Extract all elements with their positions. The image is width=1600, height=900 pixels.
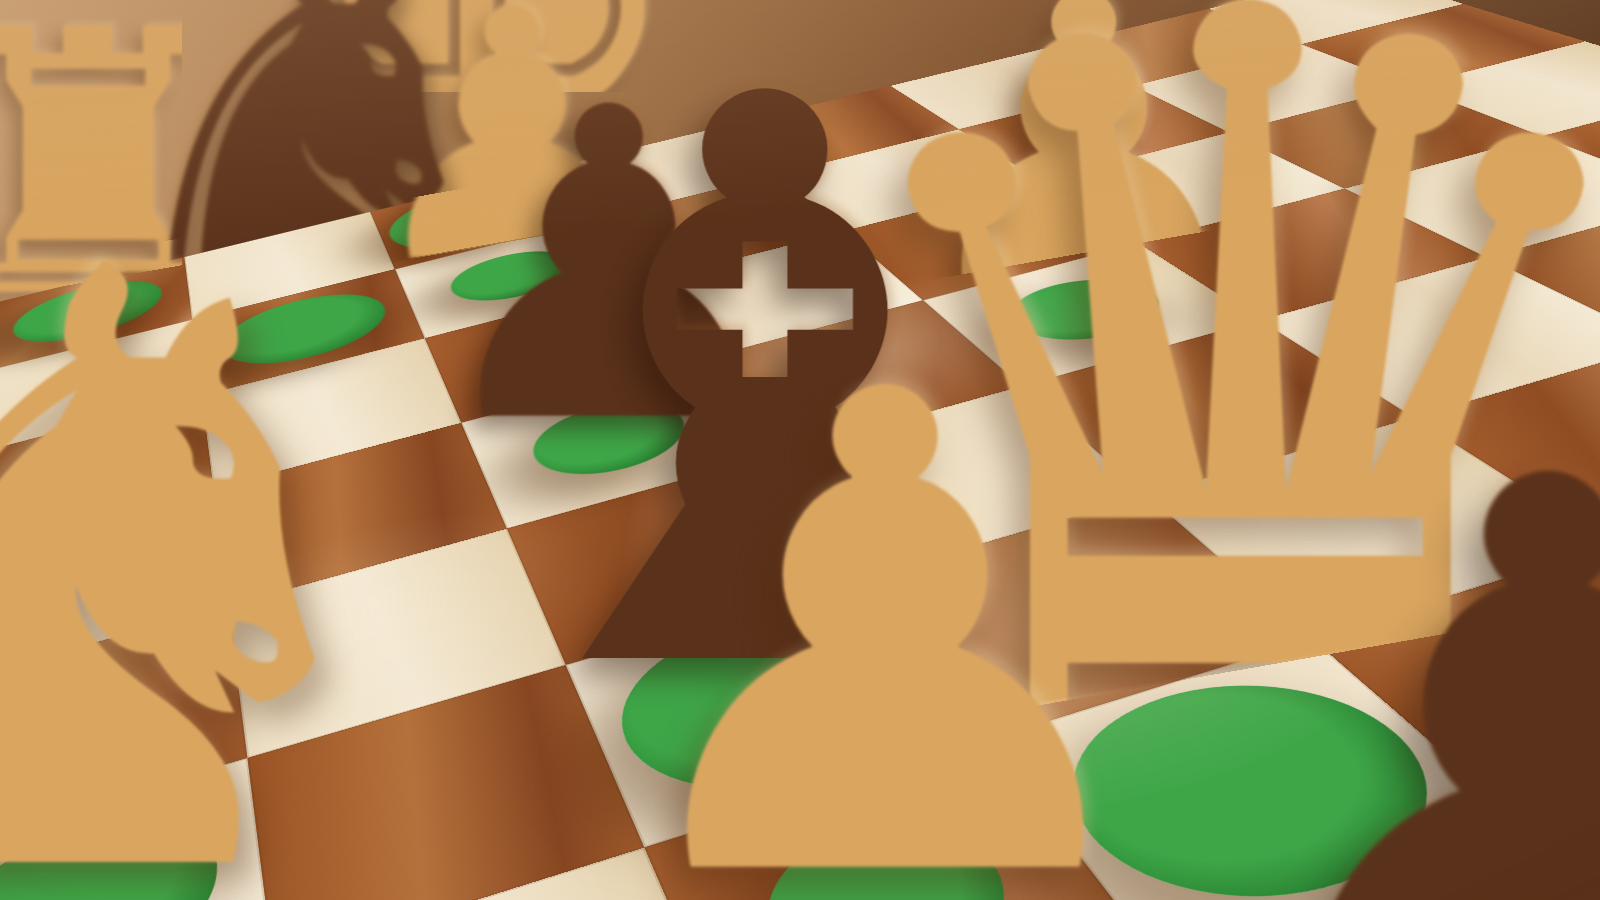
chess-board: ♜♚♞♟♟♟♞♝♟♛♟ [0, 0, 1600, 900]
square-a6[interactable]: ♞ [0, 758, 273, 900]
chess-photo-scene: ♜♚♞♟♟♟♞♝♟♛♟ [0, 0, 1600, 900]
black-pawn-glyph: ♟ [1187, 377, 1600, 900]
square-d8[interactable]: ♟ [1163, 836, 1600, 900]
square-c7[interactable]: ♟ [644, 739, 1163, 900]
white-knight-glyph: ♞ [0, 166, 448, 900]
white-pawn-glyph: ♟ [589, 307, 1182, 900]
